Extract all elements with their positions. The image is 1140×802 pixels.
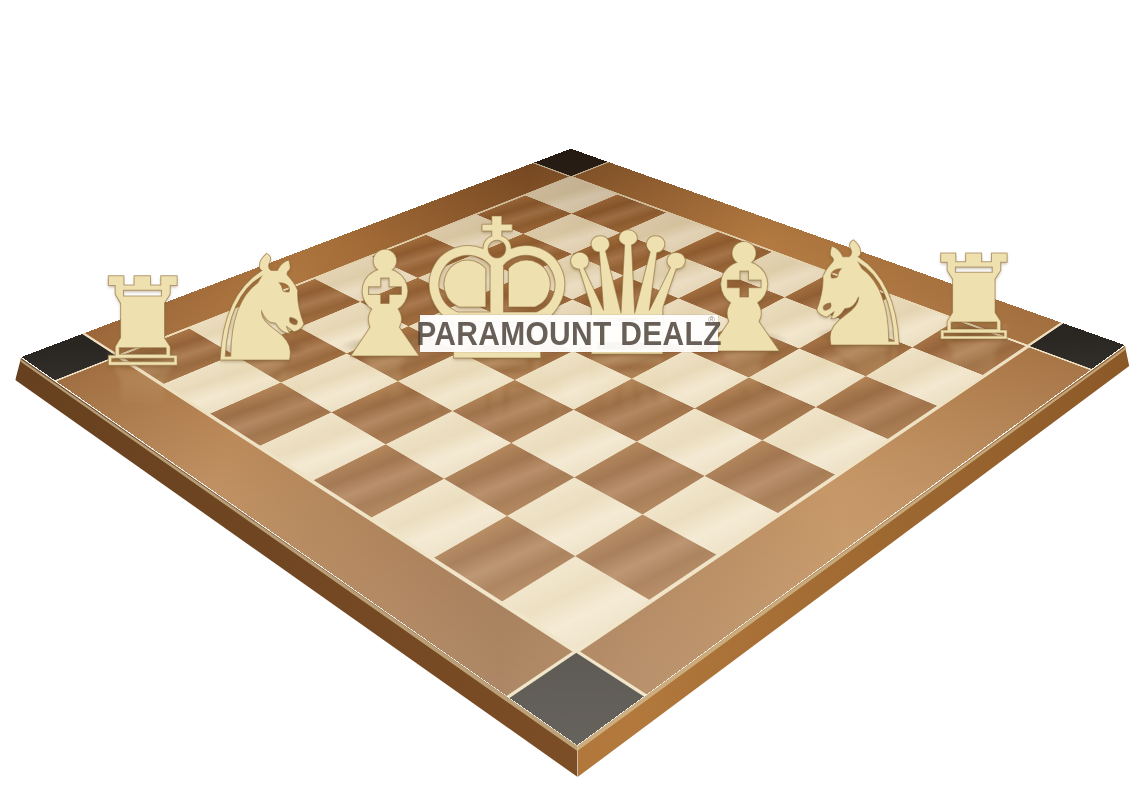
piece-white-rook-a1: ♜ (88, 262, 197, 384)
product-photo: ♜♜♞♞♝♝♚♚♛♛♝♝♞♞♜♜ PARAMOUNT DEALZ ® (0, 0, 1140, 802)
watermark-text: PARAMOUNT DEALZ (416, 317, 722, 349)
piece-white-rook-h8: ♜ (921, 239, 1027, 357)
pieces-layer: ♜♜♞♞♝♝♚♚♛♛♝♝♞♞♜♜ (0, 0, 1140, 802)
piece-white-knight-b2: ♞ (197, 236, 328, 382)
piece-white-knight-g7: ♞ (793, 223, 922, 367)
registered-mark: ® (708, 316, 715, 325)
watermark-banner: PARAMOUNT DEALZ ® (420, 315, 718, 352)
